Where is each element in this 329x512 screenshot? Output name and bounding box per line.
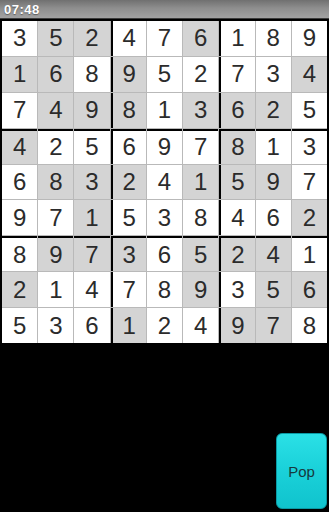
cell-r3c1[interactable]: 7 <box>2 93 37 128</box>
cell-r2c8[interactable]: 3 <box>256 57 291 92</box>
cell-r2c3[interactable]: 8 <box>74 57 109 92</box>
cell-r6c7[interactable]: 4 <box>219 200 254 235</box>
cell-r5c9[interactable]: 7 <box>292 165 327 200</box>
cell-r5c7[interactable]: 5 <box>219 165 254 200</box>
cell-r3c6[interactable]: 3 <box>183 93 218 128</box>
cell-r8c4[interactable]: 7 <box>111 272 146 307</box>
cell-r3c8[interactable]: 2 <box>256 93 291 128</box>
sudoku-board: 3524761891689527347498136254256978136832… <box>0 19 329 345</box>
cell-r7c2[interactable]: 9 <box>38 236 73 271</box>
cell-r4c6[interactable]: 7 <box>183 129 218 164</box>
cell-r7c9[interactable]: 1 <box>292 236 327 271</box>
cell-r6c9[interactable]: 2 <box>292 200 327 235</box>
cell-r4c4[interactable]: 6 <box>111 129 146 164</box>
cell-r2c2[interactable]: 6 <box>38 57 73 92</box>
cell-r2c1[interactable]: 1 <box>2 57 37 92</box>
cell-r7c4[interactable]: 3 <box>111 236 146 271</box>
cell-r5c2[interactable]: 8 <box>38 165 73 200</box>
cell-r7c3[interactable]: 7 <box>74 236 109 271</box>
cell-r2c4[interactable]: 9 <box>111 57 146 92</box>
cell-r5c3[interactable]: 3 <box>74 165 109 200</box>
cell-r6c5[interactable]: 3 <box>147 200 182 235</box>
cell-r1c9[interactable]: 9 <box>292 21 327 56</box>
cell-r1c6[interactable]: 6 <box>183 21 218 56</box>
cell-r8c1[interactable]: 2 <box>2 272 37 307</box>
cell-r4c9[interactable]: 3 <box>292 129 327 164</box>
cell-r4c5[interactable]: 9 <box>147 129 182 164</box>
cell-r5c6[interactable]: 1 <box>183 165 218 200</box>
cell-r1c7[interactable]: 1 <box>219 21 254 56</box>
status-bar: 07:48 <box>0 0 329 19</box>
cell-r9c8[interactable]: 7 <box>256 308 291 343</box>
cell-r9c1[interactable]: 5 <box>2 308 37 343</box>
cell-r4c3[interactable]: 5 <box>74 129 109 164</box>
cell-r2c9[interactable]: 4 <box>292 57 327 92</box>
cell-r7c6[interactable]: 5 <box>183 236 218 271</box>
cell-r5c1[interactable]: 6 <box>2 165 37 200</box>
cell-r3c5[interactable]: 1 <box>147 93 182 128</box>
cell-r8c2[interactable]: 1 <box>38 272 73 307</box>
app-screen: 07:48 3524761891689527347498136254256978… <box>0 0 329 512</box>
cell-r4c7[interactable]: 8 <box>219 129 254 164</box>
cell-r5c4[interactable]: 2 <box>111 165 146 200</box>
cell-r6c3[interactable]: 1 <box>74 200 109 235</box>
cell-r4c2[interactable]: 2 <box>38 129 73 164</box>
cell-r7c1[interactable]: 8 <box>2 236 37 271</box>
cell-r9c5[interactable]: 2 <box>147 308 182 343</box>
cell-r6c2[interactable]: 7 <box>38 200 73 235</box>
cell-r9c6[interactable]: 4 <box>183 308 218 343</box>
cell-r2c5[interactable]: 5 <box>147 57 182 92</box>
cell-r1c3[interactable]: 2 <box>74 21 109 56</box>
cell-r2c6[interactable]: 2 <box>183 57 218 92</box>
cell-r8c3[interactable]: 4 <box>74 272 109 307</box>
cell-r1c8[interactable]: 8 <box>256 21 291 56</box>
cell-r3c2[interactable]: 4 <box>38 93 73 128</box>
cell-r1c4[interactable]: 4 <box>111 21 146 56</box>
cell-r8c6[interactable]: 9 <box>183 272 218 307</box>
cell-r1c2[interactable]: 5 <box>38 21 73 56</box>
cell-r6c1[interactable]: 9 <box>2 200 37 235</box>
cell-r9c7[interactable]: 9 <box>219 308 254 343</box>
pop-button[interactable]: Pop <box>276 433 327 509</box>
cell-r9c4[interactable]: 1 <box>111 308 146 343</box>
cell-r8c5[interactable]: 8 <box>147 272 182 307</box>
cell-r9c3[interactable]: 6 <box>74 308 109 343</box>
cell-r7c8[interactable]: 4 <box>256 236 291 271</box>
cell-r9c2[interactable]: 3 <box>38 308 73 343</box>
cell-r8c7[interactable]: 3 <box>219 272 254 307</box>
cell-r3c7[interactable]: 6 <box>219 93 254 128</box>
cell-r7c5[interactable]: 6 <box>147 236 182 271</box>
cell-r3c4[interactable]: 8 <box>111 93 146 128</box>
cell-r5c8[interactable]: 9 <box>256 165 291 200</box>
cell-r6c8[interactable]: 6 <box>256 200 291 235</box>
cell-r5c5[interactable]: 4 <box>147 165 182 200</box>
cell-r4c1[interactable]: 4 <box>2 129 37 164</box>
status-time: 07:48 <box>0 2 40 17</box>
cell-r4c8[interactable]: 1 <box>256 129 291 164</box>
cell-r8c9[interactable]: 6 <box>292 272 327 307</box>
cell-r3c9[interactable]: 5 <box>292 93 327 128</box>
cell-r6c6[interactable]: 8 <box>183 200 218 235</box>
cell-r2c7[interactable]: 7 <box>219 57 254 92</box>
cell-r8c8[interactable]: 5 <box>256 272 291 307</box>
cell-r1c1[interactable]: 3 <box>2 21 37 56</box>
cell-r1c5[interactable]: 7 <box>147 21 182 56</box>
cell-r3c3[interactable]: 9 <box>74 93 109 128</box>
bottom-panel: Pop <box>0 345 329 512</box>
cell-r7c7[interactable]: 2 <box>219 236 254 271</box>
cell-r6c4[interactable]: 5 <box>111 200 146 235</box>
cell-r9c9[interactable]: 8 <box>292 308 327 343</box>
